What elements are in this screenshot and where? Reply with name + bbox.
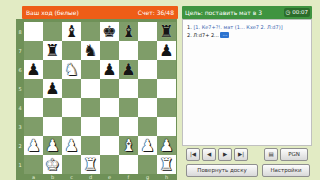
- move-variation[interactable]: [1. Кe7+?!. мат (1... Кxe7 2. Л:d7)]: [193, 24, 282, 30]
- square-a7[interactable]: [24, 41, 43, 60]
- piece-black-bishop[interactable]: ♝: [62, 22, 81, 41]
- square-c7[interactable]: [62, 41, 81, 60]
- square-d7[interactable]: ♞: [81, 41, 100, 60]
- square-d1[interactable]: ♜: [81, 155, 100, 174]
- clock-icon: ◷: [286, 9, 291, 15]
- prev-move-button[interactable]: ◀: [202, 148, 216, 161]
- piece-white-pawn[interactable]: ♟: [43, 136, 62, 155]
- rank-label-8: 8: [16, 22, 24, 41]
- piece-black-pawn[interactable]: ♟: [100, 60, 119, 79]
- square-e6[interactable]: ♟: [100, 60, 119, 79]
- square-c2[interactable]: ♟: [62, 136, 81, 155]
- piece-white-bishop[interactable]: ♝: [119, 136, 138, 155]
- square-f1[interactable]: [119, 155, 138, 174]
- square-e8[interactable]: ♚: [100, 22, 119, 41]
- square-a1[interactable]: [24, 155, 43, 174]
- square-f8[interactable]: ♝: [119, 22, 138, 41]
- rank-label-3: 3: [16, 117, 24, 136]
- square-h3[interactable]: [157, 117, 176, 136]
- move-list-icon[interactable]: ▤: [264, 148, 278, 161]
- square-b1[interactable]: ♚: [43, 155, 62, 174]
- square-h4[interactable]: [157, 98, 176, 117]
- square-g5[interactable]: [138, 79, 157, 98]
- piece-black-rook[interactable]: ♜: [43, 41, 62, 60]
- square-d3[interactable]: [81, 117, 100, 136]
- square-b4[interactable]: [43, 98, 62, 117]
- file-label-e: e: [100, 174, 119, 180]
- move-main[interactable]: 2. Л:d7+ 2...: [187, 32, 219, 38]
- piece-black-knight[interactable]: ♞: [81, 41, 100, 60]
- square-d8[interactable]: [81, 22, 100, 41]
- square-g4[interactable]: [138, 98, 157, 117]
- file-label-c: c: [62, 174, 81, 180]
- square-b5[interactable]: ♟: [43, 79, 62, 98]
- file-label-a: a: [24, 174, 43, 180]
- piece-black-pawn[interactable]: ♟: [157, 41, 176, 60]
- rank-label-5: 5: [16, 79, 24, 98]
- rank-label-4: 4: [16, 98, 24, 117]
- chess-board[interactable]: ♝♚♝♜♜♞♟♟♞♟♟♟♟♟♟♝♟♟♚♜♜: [24, 22, 176, 174]
- piece-black-pawn[interactable]: ♟: [24, 60, 43, 79]
- square-h8[interactable]: ♜: [157, 22, 176, 41]
- square-d4[interactable]: [81, 98, 100, 117]
- navigation-toolbar: |◀ ◀ ▶ ▶| ▤ PGN: [182, 148, 312, 161]
- settings-button[interactable]: Настройки: [262, 164, 310, 177]
- chess-board-frame: 87654321 ♝♚♝♜♜♞♟♟♞♟♟♟♟♟♟♝♟♟♚♜♜ abcdefgh: [16, 19, 177, 180]
- score-text: Счет: 36/48: [138, 6, 174, 19]
- square-d5[interactable]: [81, 79, 100, 98]
- square-g3[interactable]: [138, 117, 157, 136]
- turn-status-bar: Ваш ход (белые) Счет: 36/48: [22, 6, 178, 19]
- piece-white-rook[interactable]: ♜: [81, 155, 100, 174]
- rotate-board-button[interactable]: Повернуть доску: [186, 164, 258, 177]
- square-g1[interactable]: [138, 155, 157, 174]
- file-labels: abcdefgh: [24, 174, 176, 180]
- piece-white-pawn[interactable]: ♟: [157, 136, 176, 155]
- actions-toolbar: Повернуть доску Настройки: [182, 164, 312, 177]
- square-f6[interactable]: ♟: [119, 60, 138, 79]
- square-d6[interactable]: [81, 60, 100, 79]
- square-a5[interactable]: [24, 79, 43, 98]
- square-c3[interactable]: [62, 117, 81, 136]
- file-label-b: b: [43, 174, 62, 180]
- piece-white-king[interactable]: ♚: [43, 155, 62, 174]
- square-a2[interactable]: ♟: [24, 136, 43, 155]
- square-f4[interactable]: [119, 98, 138, 117]
- file-label-f: f: [119, 174, 138, 180]
- square-g6[interactable]: [138, 60, 157, 79]
- piece-black-pawn[interactable]: ♟: [119, 60, 138, 79]
- square-c5[interactable]: [62, 79, 81, 98]
- square-f5[interactable]: [119, 79, 138, 98]
- square-c8[interactable]: ♝: [62, 22, 81, 41]
- goal-bar: Цель: поставить мат в 3 ◷ 00:07: [182, 6, 312, 19]
- file-label-g: g: [138, 174, 157, 180]
- square-h5[interactable]: [157, 79, 176, 98]
- piece-black-rook[interactable]: ♜: [157, 22, 176, 41]
- square-b3[interactable]: [43, 117, 62, 136]
- square-c1[interactable]: [62, 155, 81, 174]
- piece-black-pawn[interactable]: ♟: [43, 79, 62, 98]
- square-e7[interactable]: [100, 41, 119, 60]
- piece-black-bishop[interactable]: ♝: [119, 22, 138, 41]
- square-f7[interactable]: [119, 41, 138, 60]
- piece-white-rook[interactable]: ♜: [157, 155, 176, 174]
- rank-labels: 87654321: [16, 22, 24, 174]
- first-move-button[interactable]: |◀: [186, 148, 200, 161]
- timer-badge: ◷ 00:07: [284, 8, 310, 17]
- rank-label-1: 1: [16, 155, 24, 174]
- square-b7[interactable]: ♜: [43, 41, 62, 60]
- square-a8[interactable]: [24, 22, 43, 41]
- goal-text: Цель: поставить мат в 3: [185, 9, 262, 16]
- move-number: 1.: [187, 24, 192, 30]
- square-b2[interactable]: ♟: [43, 136, 62, 155]
- rank-label-7: 7: [16, 41, 24, 60]
- last-move-button[interactable]: ▶|: [234, 148, 248, 161]
- square-e2[interactable]: [100, 136, 119, 155]
- square-g8[interactable]: [138, 22, 157, 41]
- move-line-2: 2. Л:d7+ 2... ···: [187, 31, 307, 39]
- selected-move[interactable]: ···: [220, 32, 229, 38]
- square-c6[interactable]: ♞: [62, 60, 81, 79]
- square-h6[interactable]: [157, 60, 176, 79]
- turn-status-text: Ваш ход (белые): [26, 6, 79, 19]
- timer-value: 00:07: [292, 9, 308, 15]
- square-e4[interactable]: [100, 98, 119, 117]
- file-label-h: h: [157, 174, 176, 180]
- square-g7[interactable]: [138, 41, 157, 60]
- square-h7[interactable]: ♟: [157, 41, 176, 60]
- move-line-1: 1. [1. Кe7+?!. мат (1... Кxe7 2. Л:d7)]: [187, 23, 307, 31]
- square-f2[interactable]: ♝: [119, 136, 138, 155]
- square-e5[interactable]: [100, 79, 119, 98]
- square-h1[interactable]: ♜: [157, 155, 176, 174]
- rank-label-6: 6: [16, 60, 24, 79]
- square-a6[interactable]: ♟: [24, 60, 43, 79]
- square-e3[interactable]: [100, 117, 119, 136]
- file-label-d: d: [81, 174, 100, 180]
- square-b8[interactable]: [43, 22, 62, 41]
- square-d2[interactable]: [81, 136, 100, 155]
- square-b6[interactable]: [43, 60, 62, 79]
- piece-white-knight[interactable]: ♞: [62, 60, 81, 79]
- piece-white-pawn[interactable]: ♟: [62, 136, 81, 155]
- square-e1[interactable]: [100, 155, 119, 174]
- next-move-button[interactable]: ▶: [218, 148, 232, 161]
- square-a3[interactable]: [24, 117, 43, 136]
- square-a4[interactable]: [24, 98, 43, 117]
- square-h2[interactable]: ♟: [157, 136, 176, 155]
- piece-black-king[interactable]: ♚: [100, 22, 119, 41]
- rank-label-2: 2: [16, 136, 24, 155]
- move-list[interactable]: 1. [1. Кe7+?!. мат (1... Кxe7 2. Л:d7)] …: [182, 19, 312, 146]
- piece-white-pawn[interactable]: ♟: [138, 136, 157, 155]
- square-f3[interactable]: [119, 117, 138, 136]
- square-g2[interactable]: ♟: [138, 136, 157, 155]
- pgn-button[interactable]: PGN: [280, 148, 308, 161]
- piece-white-pawn[interactable]: ♟: [24, 136, 43, 155]
- square-c4[interactable]: [62, 98, 81, 117]
